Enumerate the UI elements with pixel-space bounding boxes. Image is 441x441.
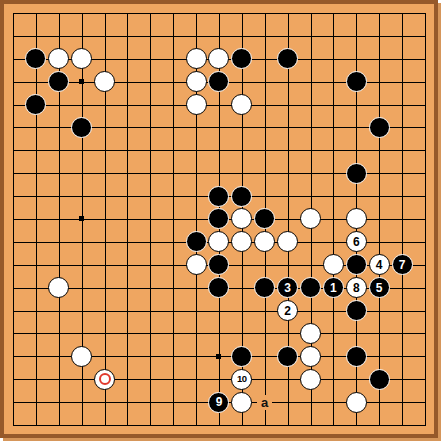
black-stone xyxy=(231,346,252,367)
move-number: 3 xyxy=(284,282,291,294)
black-stone xyxy=(369,117,390,138)
star-point xyxy=(216,354,221,359)
white-stone xyxy=(300,369,321,390)
move-5-stone: 5 xyxy=(369,277,390,298)
black-stone xyxy=(300,277,321,298)
white-stone xyxy=(300,323,321,344)
white-stone xyxy=(323,254,344,275)
black-stone xyxy=(231,186,252,207)
move-number: 2 xyxy=(284,305,291,317)
star-point xyxy=(79,216,84,221)
black-stone xyxy=(186,231,207,252)
black-stone xyxy=(277,346,298,367)
white-stone xyxy=(186,71,207,92)
move-number: 5 xyxy=(376,282,383,294)
move-1-stone: 1 xyxy=(323,277,344,298)
move-4-stone: 4 xyxy=(369,254,390,275)
black-stone xyxy=(346,71,367,92)
star-point xyxy=(79,79,84,84)
go-board: 12345678910a xyxy=(0,0,438,438)
black-stone xyxy=(346,254,367,275)
black-stone xyxy=(346,300,367,321)
marked-white-stone xyxy=(94,369,115,390)
go-diagram: 12345678910a xyxy=(0,0,441,441)
black-stone xyxy=(369,369,390,390)
white-stone xyxy=(186,254,207,275)
move-number: 4 xyxy=(376,259,383,271)
move-number: 9 xyxy=(216,396,223,408)
move-number: 7 xyxy=(399,259,406,271)
point-label-a: a xyxy=(257,395,272,410)
move-6-stone: 6 xyxy=(346,231,367,252)
move-7-stone: 7 xyxy=(392,254,413,275)
black-stone xyxy=(71,117,92,138)
white-stone xyxy=(71,346,92,367)
move-2-stone: 2 xyxy=(277,300,298,321)
black-stone xyxy=(208,186,229,207)
move-number: 10 xyxy=(237,374,247,384)
white-stone xyxy=(346,392,367,413)
circle-mark-icon xyxy=(99,373,111,385)
move-number: 6 xyxy=(353,236,360,248)
white-stone xyxy=(300,346,321,367)
move-number: 8 xyxy=(353,282,360,294)
move-9-stone: 9 xyxy=(208,392,229,413)
white-stone xyxy=(186,48,207,69)
black-stone xyxy=(346,163,367,184)
move-number: 1 xyxy=(330,282,337,294)
white-stone xyxy=(231,392,252,413)
move-8-stone: 8 xyxy=(346,277,367,298)
black-stone xyxy=(346,346,367,367)
move-10-stone: 10 xyxy=(231,369,252,390)
white-stone xyxy=(186,94,207,115)
